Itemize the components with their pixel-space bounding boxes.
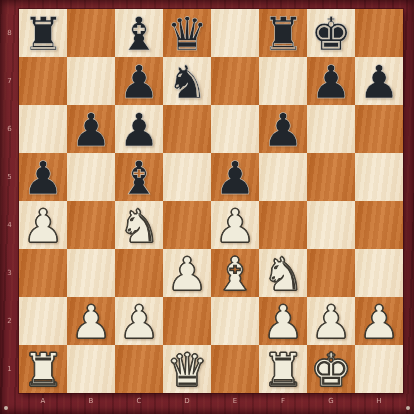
square-f4: [259, 201, 307, 249]
piece-black-pawn: ♟: [310, 58, 351, 106]
piece-white-pawn: ♟: [214, 202, 255, 250]
piece-black-rook: ♜: [262, 10, 303, 58]
square-e1: [211, 345, 259, 393]
square-g6: [307, 105, 355, 153]
piece-black-bishop: ♝: [118, 154, 159, 202]
piece-white-rook: ♜: [262, 346, 303, 394]
square-c6: ♟: [115, 105, 163, 153]
square-d1: ♛: [163, 345, 211, 393]
piece-white-knight: ♞: [118, 202, 159, 250]
piece-white-pawn: ♟: [358, 298, 399, 346]
square-d6: [163, 105, 211, 153]
square-b2: ♟: [67, 297, 115, 345]
square-e4: ♟: [211, 201, 259, 249]
file-label-g: G: [307, 395, 355, 407]
file-label-b: B: [67, 395, 115, 407]
square-e6: [211, 105, 259, 153]
piece-white-pawn: ♟: [70, 298, 111, 346]
piece-black-rook: ♜: [22, 10, 63, 58]
square-c3: [115, 249, 163, 297]
piece-black-pawn: ♟: [118, 106, 159, 154]
square-b6: ♟: [67, 105, 115, 153]
square-e3: ♝: [211, 249, 259, 297]
square-f2: ♟: [259, 297, 307, 345]
square-g2: ♟: [307, 297, 355, 345]
square-d2: [163, 297, 211, 345]
square-d8: ♛: [163, 9, 211, 57]
wooden-frame: ♜♝♛♜♚♟♞♟♟♟♟♟♟♝♟♟♞♟♟♝♞♟♟♟♟♟♜♛♜♚ 87654321A…: [0, 0, 414, 414]
square-c7: ♟: [115, 57, 163, 105]
piece-black-queen: ♛: [166, 10, 207, 58]
square-f1: ♜: [259, 345, 307, 393]
file-label-d: D: [163, 395, 211, 407]
square-h7: ♟: [355, 57, 403, 105]
rank-label-4: 4: [0, 201, 19, 249]
chess-board: ♜♝♛♜♚♟♞♟♟♟♟♟♟♝♟♟♞♟♟♝♞♟♟♟♟♟♜♛♜♚: [19, 9, 403, 393]
square-g4: [307, 201, 355, 249]
piece-black-pawn: ♟: [70, 106, 111, 154]
piece-white-knight: ♞: [262, 250, 303, 298]
piece-black-pawn: ♟: [22, 154, 63, 202]
square-a1: ♜: [19, 345, 67, 393]
square-f6: ♟: [259, 105, 307, 153]
square-b1: [67, 345, 115, 393]
square-d7: ♞: [163, 57, 211, 105]
piece-black-pawn: ♟: [262, 106, 303, 154]
square-h1: [355, 345, 403, 393]
square-e7: [211, 57, 259, 105]
piece-black-king: ♚: [310, 10, 351, 58]
square-c5: ♝: [115, 153, 163, 201]
piece-black-pawn: ♟: [358, 58, 399, 106]
square-h8: [355, 9, 403, 57]
square-g3: [307, 249, 355, 297]
square-b5: [67, 153, 115, 201]
rank-label-3: 3: [0, 249, 19, 297]
piece-black-pawn: ♟: [214, 154, 255, 202]
square-c4: ♞: [115, 201, 163, 249]
piece-white-pawn: ♟: [22, 202, 63, 250]
square-e8: [211, 9, 259, 57]
piece-white-bishop: ♝: [214, 250, 255, 298]
square-b8: [67, 9, 115, 57]
piece-black-bishop: ♝: [118, 10, 159, 58]
square-h4: [355, 201, 403, 249]
rank-label-7: 7: [0, 57, 19, 105]
square-a4: ♟: [19, 201, 67, 249]
frame-corner-dot: [406, 406, 410, 410]
piece-white-rook: ♜: [22, 346, 63, 394]
square-c1: [115, 345, 163, 393]
square-e5: ♟: [211, 153, 259, 201]
piece-white-king: ♚: [310, 346, 351, 394]
square-a6: [19, 105, 67, 153]
square-g7: ♟: [307, 57, 355, 105]
square-h6: [355, 105, 403, 153]
rank-label-6: 6: [0, 105, 19, 153]
rank-label-1: 1: [0, 345, 19, 393]
square-c8: ♝: [115, 9, 163, 57]
piece-white-pawn: ♟: [262, 298, 303, 346]
square-c2: ♟: [115, 297, 163, 345]
square-e2: [211, 297, 259, 345]
square-h3: [355, 249, 403, 297]
file-label-f: F: [259, 395, 307, 407]
rank-label-8: 8: [0, 9, 19, 57]
frame-corner-dot: [4, 406, 8, 410]
square-f8: ♜: [259, 9, 307, 57]
rank-label-2: 2: [0, 297, 19, 345]
square-a7: [19, 57, 67, 105]
file-label-a: A: [19, 395, 67, 407]
square-h5: [355, 153, 403, 201]
square-a2: [19, 297, 67, 345]
square-g5: [307, 153, 355, 201]
file-label-c: C: [115, 395, 163, 407]
piece-white-pawn: ♟: [118, 298, 159, 346]
piece-white-queen: ♛: [166, 346, 207, 394]
square-g1: ♚: [307, 345, 355, 393]
square-a5: ♟: [19, 153, 67, 201]
file-label-e: E: [211, 395, 259, 407]
piece-black-knight: ♞: [166, 58, 207, 106]
square-d3: ♟: [163, 249, 211, 297]
square-a8: ♜: [19, 9, 67, 57]
rank-label-5: 5: [0, 153, 19, 201]
square-f7: [259, 57, 307, 105]
square-f3: ♞: [259, 249, 307, 297]
square-b3: [67, 249, 115, 297]
square-a3: [19, 249, 67, 297]
piece-black-pawn: ♟: [118, 58, 159, 106]
piece-white-pawn: ♟: [166, 250, 207, 298]
square-d4: [163, 201, 211, 249]
square-b4: [67, 201, 115, 249]
square-f5: [259, 153, 307, 201]
square-d5: [163, 153, 211, 201]
file-label-h: H: [355, 395, 403, 407]
piece-white-pawn: ♟: [310, 298, 351, 346]
square-b7: [67, 57, 115, 105]
square-h2: ♟: [355, 297, 403, 345]
square-g8: ♚: [307, 9, 355, 57]
